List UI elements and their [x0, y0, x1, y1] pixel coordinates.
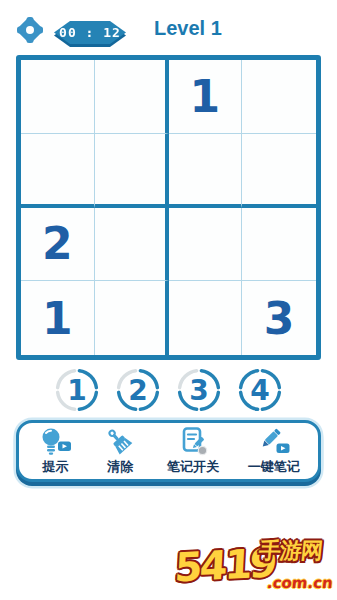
given-digit: 1 [190, 71, 221, 122]
level-title: Level 1 [154, 17, 222, 40]
sudoku-cell-r1c2[interactable] [95, 60, 169, 134]
digit-label: 2 [114, 366, 162, 414]
timer-badge: 00 : 12 [54, 21, 126, 44]
sudoku-cell-r2c2[interactable] [95, 134, 169, 208]
hint-label: 提示 [42, 458, 68, 476]
hint-lightbulb-icon [37, 427, 73, 457]
settings-gear-icon[interactable] [16, 16, 44, 44]
sudoku-cell-r1c3[interactable]: 1 [169, 60, 243, 134]
sudoku-cell-r1c1[interactable] [21, 60, 95, 134]
given-digit: 3 [264, 293, 295, 344]
sudoku-cell-r3c3[interactable] [169, 208, 243, 282]
notes-toggle-button[interactable]: 笔记开关 [167, 427, 219, 476]
timer-value: 00 : 12 [54, 21, 126, 44]
digit-button-1[interactable]: 1 [53, 366, 101, 414]
clean-brush-icon [102, 427, 138, 457]
one-key-notes-pencil-icon [256, 427, 292, 457]
one-key-notes-label: 一键笔记 [248, 458, 300, 476]
number-button-row: 1234 [0, 366, 337, 414]
watermark-domain: .com.cn [266, 574, 334, 592]
watermark-logo: 5419 手游网 .com.cn [173, 532, 333, 594]
sudoku-cell-r1c4[interactable] [242, 60, 316, 134]
digit-label: 4 [236, 366, 284, 414]
watermark-number: 5419 [174, 539, 276, 590]
digit-label: 3 [175, 366, 223, 414]
one-key-notes-button[interactable]: 一键笔记 [248, 427, 300, 476]
given-digit: 2 [42, 218, 73, 269]
digit-button-2[interactable]: 2 [114, 366, 162, 414]
clear-label: 清除 [107, 458, 133, 476]
sudoku-cell-r4c2[interactable] [95, 281, 169, 355]
sudoku-cell-r4c1[interactable]: 1 [21, 281, 95, 355]
digit-button-4[interactable]: 4 [236, 366, 284, 414]
sudoku-cell-r2c1[interactable] [21, 134, 95, 208]
digit-button-3[interactable]: 3 [175, 366, 223, 414]
toggle-off-gray-dot [198, 446, 206, 454]
sudoku-cell-r3c4[interactable] [242, 208, 316, 282]
sudoku-cell-r3c2[interactable] [95, 208, 169, 282]
clear-button[interactable]: 清除 [102, 427, 138, 476]
sudoku-grid: 1213 [16, 55, 321, 360]
notes-toggle-icon [175, 427, 211, 457]
sudoku-cell-r2c4[interactable] [242, 134, 316, 208]
sudoku-cell-r2c3[interactable] [169, 134, 243, 208]
sudoku-cell-r3c1[interactable]: 2 [21, 208, 95, 282]
hint-button[interactable]: 提示 [37, 427, 73, 476]
sudoku-cell-r4c4[interactable]: 3 [242, 281, 316, 355]
digit-label: 1 [53, 366, 101, 414]
notes-toggle-label: 笔记开关 [167, 458, 219, 476]
given-digit: 1 [42, 293, 73, 344]
sudoku-cell-r4c3[interactable] [169, 281, 243, 355]
bottom-toolbar: 提示 清除 [16, 420, 321, 482]
watermark-text: 手游网 [257, 536, 323, 566]
